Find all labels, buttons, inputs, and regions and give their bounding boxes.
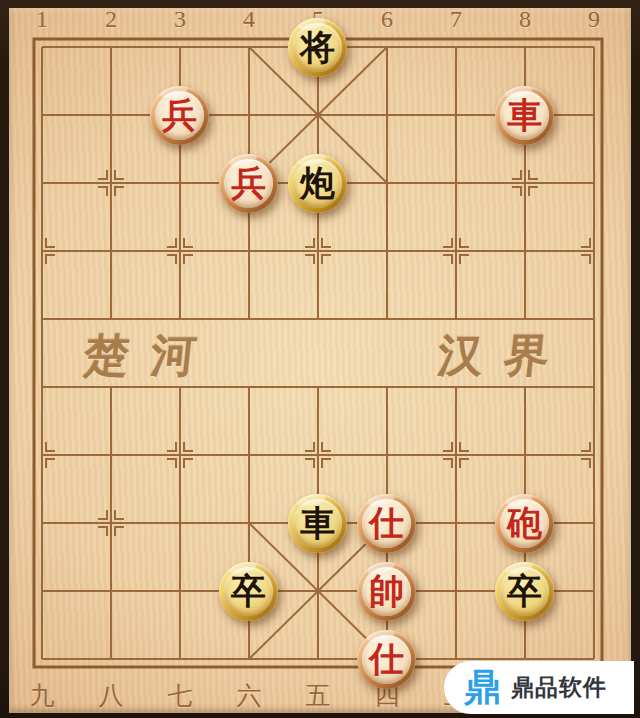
watermark-text: 鼎品软件	[511, 672, 607, 703]
piece-face: 車	[500, 91, 549, 140]
piece-red-兵[interactable]: 兵	[219, 154, 278, 213]
piece-face: 帥	[362, 567, 411, 616]
piece-face: 兵	[155, 91, 204, 140]
piece-face: 卒	[500, 567, 549, 616]
piece-face: 砲	[500, 499, 549, 548]
piece-face: 将	[293, 23, 342, 72]
xiangqi-game-screen: 123456789 九八七六五四三二一 楚河 汉界 将兵車兵炮車仕砲卒帥卒仕 鼎…	[0, 0, 640, 718]
piece-face: 車	[293, 499, 342, 548]
piece-black-炮[interactable]: 炮	[288, 154, 347, 213]
piece-face: 卒	[224, 567, 273, 616]
piece-black-車[interactable]: 車	[288, 494, 347, 553]
piece-red-兵[interactable]: 兵	[150, 86, 209, 145]
piece-red-仕[interactable]: 仕	[357, 630, 416, 689]
piece-black-将[interactable]: 将	[288, 18, 347, 77]
dingpin-logo-icon: 鼎	[464, 669, 501, 706]
piece-black-卒[interactable]: 卒	[219, 562, 278, 621]
piece-face: 仕	[362, 635, 411, 684]
piece-red-仕[interactable]: 仕	[357, 494, 416, 553]
piece-red-砲[interactable]: 砲	[495, 494, 554, 553]
piece-face: 仕	[362, 499, 411, 548]
watermark-badge: 鼎 鼎品软件	[444, 661, 634, 714]
piece-black-卒[interactable]: 卒	[495, 562, 554, 621]
piece-face: 炮	[293, 159, 342, 208]
piece-face: 兵	[224, 159, 273, 208]
pieces-grid: 将兵車兵炮車仕砲卒帥卒仕	[7, 13, 628, 693]
piece-red-帥[interactable]: 帥	[357, 562, 416, 621]
piece-red-車[interactable]: 車	[495, 86, 554, 145]
